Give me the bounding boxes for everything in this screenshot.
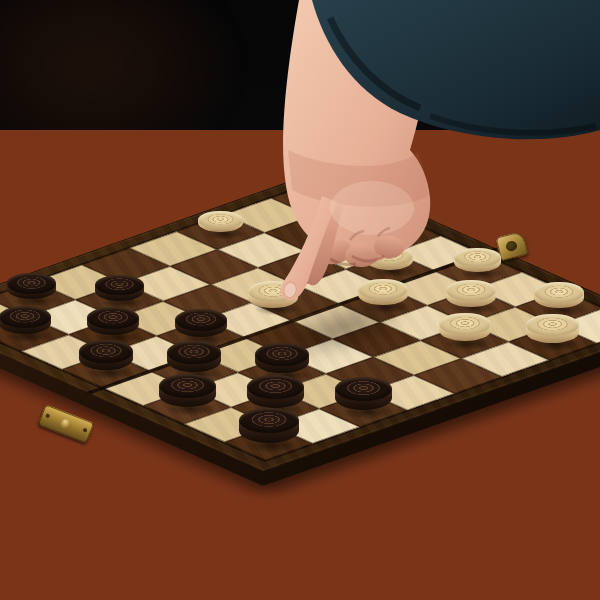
photo-scene: [0, 0, 600, 600]
player-hand-and-arm: [0, 0, 600, 600]
hand-highlight: [330, 181, 414, 235]
